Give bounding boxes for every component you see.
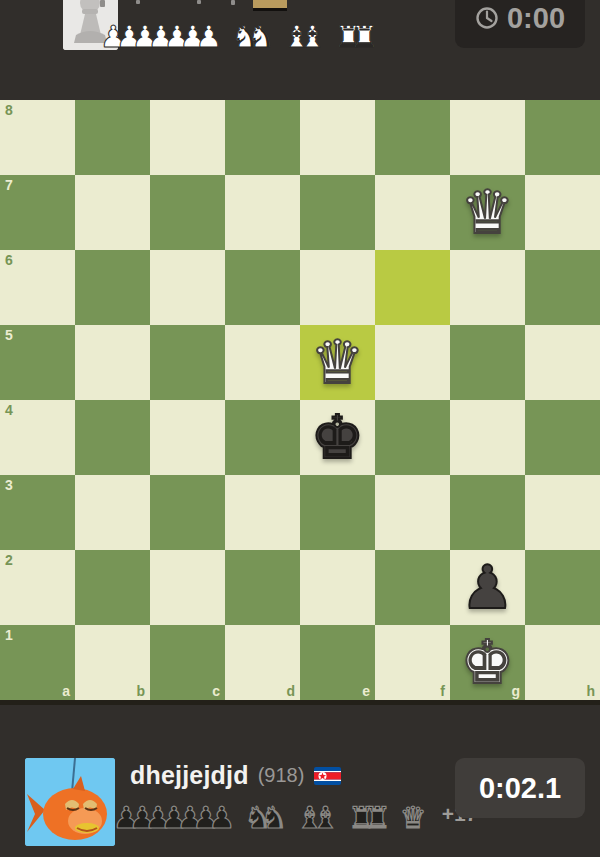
captured-rook-group: ♜♜ — [348, 802, 391, 834]
square-h5[interactable] — [525, 325, 600, 400]
captured-queen: ♛ — [400, 802, 427, 834]
square-g8[interactable] — [450, 100, 525, 175]
square-e1[interactable]: e — [300, 625, 375, 700]
captured-rook-group: ♜♜ — [335, 21, 378, 53]
square-b6[interactable] — [75, 250, 150, 325]
clock-icon — [475, 6, 499, 30]
square-e5[interactable]: ♛ — [300, 325, 375, 400]
square-f2[interactable] — [375, 550, 450, 625]
north-korea-flag-icon — [314, 767, 341, 785]
square-h6[interactable] — [525, 250, 600, 325]
square-f6[interactable] — [375, 250, 450, 325]
square-a3[interactable]: 3 — [0, 475, 75, 550]
square-b8[interactable] — [75, 100, 150, 175]
file-label-a: a — [62, 684, 70, 698]
square-e7[interactable] — [300, 175, 375, 250]
square-f5[interactable] — [375, 325, 450, 400]
square-d5[interactable] — [225, 325, 300, 400]
square-b2[interactable] — [75, 550, 150, 625]
file-label-c: c — [212, 684, 220, 698]
square-h4[interactable] — [525, 400, 600, 475]
file-label-e: e — [362, 684, 370, 698]
captured-bishop: ♝ — [299, 21, 326, 53]
square-d3[interactable] — [225, 475, 300, 550]
rank-label-5: 5 — [5, 328, 13, 342]
cut-off-flag-fragment — [253, 0, 287, 11]
file-label-h: h — [586, 684, 595, 698]
square-a4[interactable]: 4 — [0, 400, 75, 475]
square-b1[interactable]: b — [75, 625, 150, 700]
file-label-f: f — [440, 684, 445, 698]
board-bottom-separator — [0, 700, 600, 705]
file-label-b: b — [136, 684, 145, 698]
chess-board[interactable]: 87♛65♛4♚32♟1abcdefg♚h — [0, 100, 600, 700]
square-f8[interactable] — [375, 100, 450, 175]
captured-knight-group: ♞♞ — [244, 802, 287, 834]
file-label-d: d — [286, 684, 295, 698]
captured-knight: ♞ — [247, 21, 274, 53]
square-h7[interactable] — [525, 175, 600, 250]
square-g1[interactable]: g♚ — [450, 625, 525, 700]
captured-rook: ♜ — [351, 21, 378, 53]
square-h3[interactable] — [525, 475, 600, 550]
square-d7[interactable] — [225, 175, 300, 250]
black-pawn-g2[interactable]: ♟ — [450, 550, 525, 625]
bottom-clock-time: 0:02.1 — [479, 772, 561, 805]
square-b3[interactable] — [75, 475, 150, 550]
rank-label-7: 7 — [5, 178, 13, 192]
white-queen-e5[interactable]: ♛ — [300, 325, 375, 400]
square-a6[interactable]: 6 — [0, 250, 75, 325]
square-c2[interactable] — [150, 550, 225, 625]
square-e6[interactable] — [300, 250, 375, 325]
captured-bishop-group: ♝♝ — [296, 802, 339, 834]
square-b4[interactable] — [75, 400, 150, 475]
rank-label-3: 3 — [5, 478, 13, 492]
square-g3[interactable] — [450, 475, 525, 550]
square-a8[interactable]: 8 — [0, 100, 75, 175]
square-f4[interactable] — [375, 400, 450, 475]
square-b5[interactable] — [75, 325, 150, 400]
square-a5[interactable]: 5 — [0, 325, 75, 400]
square-a1[interactable]: 1a — [0, 625, 75, 700]
square-d6[interactable] — [225, 250, 300, 325]
square-f1[interactable]: f — [375, 625, 450, 700]
captured-pawn: ♟ — [208, 802, 235, 834]
square-d4[interactable] — [225, 400, 300, 475]
square-d8[interactable] — [225, 100, 300, 175]
top-clock-time: 0:00 — [507, 2, 565, 35]
square-c6[interactable] — [150, 250, 225, 325]
square-e3[interactable] — [300, 475, 375, 550]
top-player-row: ♟♟♟♟♟♟♟♞♞♝♝♜♜ 0:00 — [0, 0, 600, 60]
bottom-player-name[interactable]: dhejjejdjd — [130, 761, 249, 790]
square-f3[interactable] — [375, 475, 450, 550]
square-c4[interactable] — [150, 400, 225, 475]
bottom-captured-pieces: ♟♟♟♟♟♟♟♞♞♝♝♜♜♛+17 — [113, 798, 477, 834]
square-a2[interactable]: 2 — [0, 550, 75, 625]
rank-label-6: 6 — [5, 253, 13, 267]
bottom-player-clock: 0:02.1 — [455, 758, 585, 818]
captured-queen-group: ♛ — [400, 802, 427, 834]
rank-label-2: 2 — [5, 553, 13, 567]
black-king-e4[interactable]: ♚ — [300, 400, 375, 475]
orange-fish-avatar-icon — [25, 758, 115, 846]
square-d1[interactable]: d — [225, 625, 300, 700]
square-c3[interactable] — [150, 475, 225, 550]
rank-label-8: 8 — [5, 103, 13, 117]
square-c1[interactable]: c — [150, 625, 225, 700]
square-h1[interactable]: h — [525, 625, 600, 700]
square-f7[interactable] — [375, 175, 450, 250]
square-c8[interactable] — [150, 100, 225, 175]
square-d2[interactable] — [225, 550, 300, 625]
square-g2[interactable]: ♟ — [450, 550, 525, 625]
bottom-player-avatar[interactable] — [25, 758, 115, 846]
bottom-player-rating: (918) — [258, 764, 305, 787]
bottom-player-row: dhejjejdjd (918) ♟♟♟♟♟♟♟♞♞♝♝♜♜♛+17 0:02.… — [0, 755, 600, 857]
captured-pawn-group: ♟♟♟♟♟♟♟ — [113, 802, 235, 834]
captured-rook: ♜ — [364, 802, 391, 834]
top-captured-pieces: ♟♟♟♟♟♟♟♞♞♝♝♜♜ — [100, 17, 387, 53]
square-a7[interactable]: 7 — [0, 175, 75, 250]
square-e4[interactable]: ♚ — [300, 400, 375, 475]
square-g7[interactable]: ♛ — [450, 175, 525, 250]
square-g5[interactable] — [450, 325, 525, 400]
square-c7[interactable] — [150, 175, 225, 250]
square-g6[interactable] — [450, 250, 525, 325]
captured-bishop: ♝ — [312, 802, 339, 834]
square-c5[interactable] — [150, 325, 225, 400]
rank-label-4: 4 — [5, 403, 13, 417]
square-g4[interactable] — [450, 400, 525, 475]
square-e2[interactable] — [300, 550, 375, 625]
square-h8[interactable] — [525, 100, 600, 175]
captured-knight: ♞ — [260, 802, 287, 834]
square-e8[interactable] — [300, 100, 375, 175]
captured-bishop-group: ♝♝ — [283, 21, 326, 53]
white-king-g1[interactable]: ♚ — [450, 625, 525, 700]
square-b7[interactable] — [75, 175, 150, 250]
white-queen-g7[interactable]: ♛ — [450, 175, 525, 250]
captured-pawn: ♟ — [195, 21, 222, 53]
captured-pawn-group: ♟♟♟♟♟♟♟ — [100, 21, 222, 53]
rank-label-1: 1 — [5, 628, 13, 642]
square-h2[interactable] — [525, 550, 600, 625]
captured-knight-group: ♞♞ — [231, 21, 274, 53]
top-player-clock: 0:00 — [455, 0, 585, 48]
